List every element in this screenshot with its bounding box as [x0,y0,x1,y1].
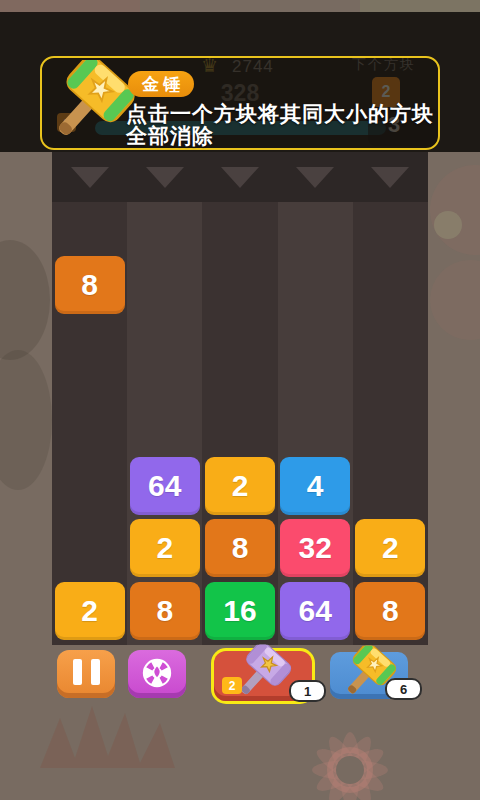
fan-icon [140,656,174,690]
board-column-2[interactable] [127,202,202,645]
pause-button[interactable] [57,650,115,698]
fan-prop-button[interactable] [128,650,186,698]
drop-arrow-strip [52,152,428,202]
petal-motif [420,150,480,370]
tile-2[interactable]: 2 [130,519,200,577]
tutorial-title-pill: 金锤 [128,71,194,97]
tile-64[interactable]: 64 [130,457,200,515]
gold-hammer-count: 6 [385,678,422,700]
purple-hammer-prop-button[interactable]: 2 1 [214,651,312,701]
board-column-3[interactable] [202,202,277,645]
column-drop-arrow-icon [296,167,334,188]
column-drop-arrow-icon [71,167,109,188]
tile-16[interactable]: 16 [205,582,275,640]
tile-4[interactable]: 4 [280,457,350,515]
purple-hammer-badge: 2 [222,677,242,694]
purple-hammer-count: 1 [289,680,326,702]
tile-8[interactable]: 8 [130,582,200,640]
tile-8[interactable]: 8 [355,582,425,640]
pause-icon [57,650,115,694]
board-column-5[interactable] [353,202,428,645]
tutorial-desc-line2: 全部消除 [126,122,214,150]
tile-8[interactable]: 8 [55,256,125,314]
leaf-motif [30,688,230,788]
tile-2[interactable]: 2 [205,457,275,515]
tile-2[interactable]: 2 [55,582,125,640]
gold-hammer-prop-button[interactable]: 6 [330,652,408,699]
tile-2[interactable]: 2 [355,519,425,577]
column-drop-arrow-icon [221,167,259,188]
game-screen: 64242832228166488 ♛ 2744 328 下个方块 2 3 2 … [0,0,480,800]
column-drop-arrow-icon [146,167,184,188]
leaf-motif-left [0,220,60,540]
board-column-4[interactable] [278,202,353,645]
tile-32[interactable]: 32 [280,519,350,577]
tile-64[interactable]: 64 [280,582,350,640]
tile-8[interactable]: 8 [205,519,275,577]
column-drop-arrow-icon [371,167,409,188]
game-board: 64242832228166488 [52,152,428,645]
